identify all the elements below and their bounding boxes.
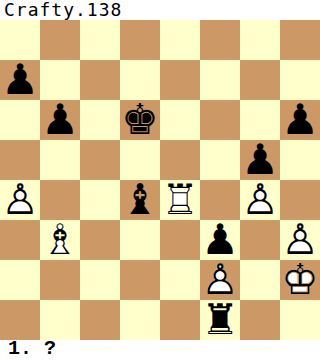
square-b7[interactable] — [40, 60, 80, 100]
white-bishop-b3[interactable]: ♝♗ — [40, 220, 80, 260]
square-f8[interactable] — [200, 20, 240, 60]
black-pawn-a7[interactable]: ♟ — [0, 60, 40, 100]
white-pawn-g4[interactable]: ♟♙ — [240, 180, 280, 220]
square-c8[interactable] — [80, 20, 120, 60]
square-d2[interactable] — [120, 260, 160, 300]
square-c1[interactable] — [80, 300, 120, 340]
square-h1[interactable] — [280, 300, 320, 340]
square-d5[interactable] — [120, 140, 160, 180]
piece-glyph: ♚ — [120, 100, 160, 140]
square-f7[interactable] — [200, 60, 240, 100]
black-rook-f1[interactable]: ♜ — [200, 300, 240, 340]
square-b2[interactable] — [40, 260, 80, 300]
window-title: Crafty.138 — [4, 0, 122, 20]
piece-glyph: ♝ — [120, 180, 160, 220]
square-h3[interactable]: ♟♙ — [280, 220, 320, 260]
piece-glyph: ♟ — [240, 140, 280, 180]
piece-glyph-stroke: ♙ — [200, 260, 240, 300]
square-a3[interactable] — [0, 220, 40, 260]
square-c6[interactable] — [80, 100, 120, 140]
square-g2[interactable] — [240, 260, 280, 300]
square-a1[interactable] — [0, 300, 40, 340]
square-d3[interactable] — [120, 220, 160, 260]
piece-glyph-stroke: ♙ — [280, 220, 320, 260]
square-e2[interactable] — [160, 260, 200, 300]
square-h5[interactable] — [280, 140, 320, 180]
square-d8[interactable] — [120, 20, 160, 60]
square-c4[interactable] — [80, 180, 120, 220]
piece-glyph-stroke: ♙ — [0, 180, 40, 220]
piece-glyph: ♟ — [0, 60, 40, 100]
square-e8[interactable] — [160, 20, 200, 60]
square-h2[interactable]: ♚♔ — [280, 260, 320, 300]
square-f1[interactable]: ♜ — [200, 300, 240, 340]
square-f2[interactable]: ♟♙ — [200, 260, 240, 300]
square-f5[interactable] — [200, 140, 240, 180]
square-a2[interactable] — [0, 260, 40, 300]
square-a7[interactable]: ♟ — [0, 60, 40, 100]
white-pawn-h3[interactable]: ♟♙ — [280, 220, 320, 260]
white-pawn-a4[interactable]: ♟♙ — [0, 180, 40, 220]
square-b1[interactable] — [40, 300, 80, 340]
square-c7[interactable] — [80, 60, 120, 100]
white-king-h2[interactable]: ♚♔ — [280, 260, 320, 300]
square-g8[interactable] — [240, 20, 280, 60]
square-d4[interactable]: ♝ — [120, 180, 160, 220]
square-g4[interactable]: ♟♙ — [240, 180, 280, 220]
square-a8[interactable] — [0, 20, 40, 60]
square-g3[interactable] — [240, 220, 280, 260]
square-c5[interactable] — [80, 140, 120, 180]
square-h4[interactable] — [280, 180, 320, 220]
square-b6[interactable]: ♟ — [40, 100, 80, 140]
square-a4[interactable]: ♟♙ — [0, 180, 40, 220]
square-b8[interactable] — [40, 20, 80, 60]
white-pawn-f2[interactable]: ♟♙ — [200, 260, 240, 300]
square-e5[interactable] — [160, 140, 200, 180]
square-a6[interactable] — [0, 100, 40, 140]
white-rook-e4[interactable]: ♜♖ — [160, 180, 200, 220]
black-bishop-d4[interactable]: ♝ — [120, 180, 160, 220]
square-e7[interactable] — [160, 60, 200, 100]
square-b5[interactable] — [40, 140, 80, 180]
black-pawn-b6[interactable]: ♟ — [40, 100, 80, 140]
square-e3[interactable] — [160, 220, 200, 260]
square-b4[interactable] — [40, 180, 80, 220]
square-e6[interactable] — [160, 100, 200, 140]
piece-glyph: ♟ — [280, 100, 320, 140]
black-pawn-f3[interactable]: ♟ — [200, 220, 240, 260]
piece-glyph: ♜ — [200, 300, 240, 340]
piece-glyph-stroke: ♗ — [40, 220, 80, 260]
square-e1[interactable] — [160, 300, 200, 340]
square-d6[interactable]: ♚ — [120, 100, 160, 140]
piece-glyph-stroke: ♙ — [240, 180, 280, 220]
square-b3[interactable]: ♝♗ — [40, 220, 80, 260]
square-g1[interactable] — [240, 300, 280, 340]
piece-glyph: ♟ — [200, 220, 240, 260]
square-g7[interactable] — [240, 60, 280, 100]
square-d1[interactable] — [120, 300, 160, 340]
square-c2[interactable] — [80, 260, 120, 300]
square-g6[interactable] — [240, 100, 280, 140]
square-a5[interactable] — [0, 140, 40, 180]
square-c3[interactable] — [80, 220, 120, 260]
move-prompt: 1. ? — [8, 340, 56, 360]
square-h8[interactable] — [280, 20, 320, 60]
square-e4[interactable]: ♜♖ — [160, 180, 200, 220]
chess-board: ♟♟♚♟♟♟♙♝♜♖♟♙♝♗♟♟♙♟♙♚♔♜ — [0, 20, 320, 340]
square-h6[interactable]: ♟ — [280, 100, 320, 140]
piece-glyph-stroke: ♔ — [280, 260, 320, 300]
square-d7[interactable] — [120, 60, 160, 100]
black-pawn-g5[interactable]: ♟ — [240, 140, 280, 180]
black-pawn-h6[interactable]: ♟ — [280, 100, 320, 140]
square-f3[interactable]: ♟ — [200, 220, 240, 260]
piece-glyph-stroke: ♖ — [160, 180, 200, 220]
black-king-d6[interactable]: ♚ — [120, 100, 160, 140]
square-f4[interactable] — [200, 180, 240, 220]
square-g5[interactable]: ♟ — [240, 140, 280, 180]
square-f6[interactable] — [200, 100, 240, 140]
square-h7[interactable] — [280, 60, 320, 100]
piece-glyph: ♟ — [40, 100, 80, 140]
